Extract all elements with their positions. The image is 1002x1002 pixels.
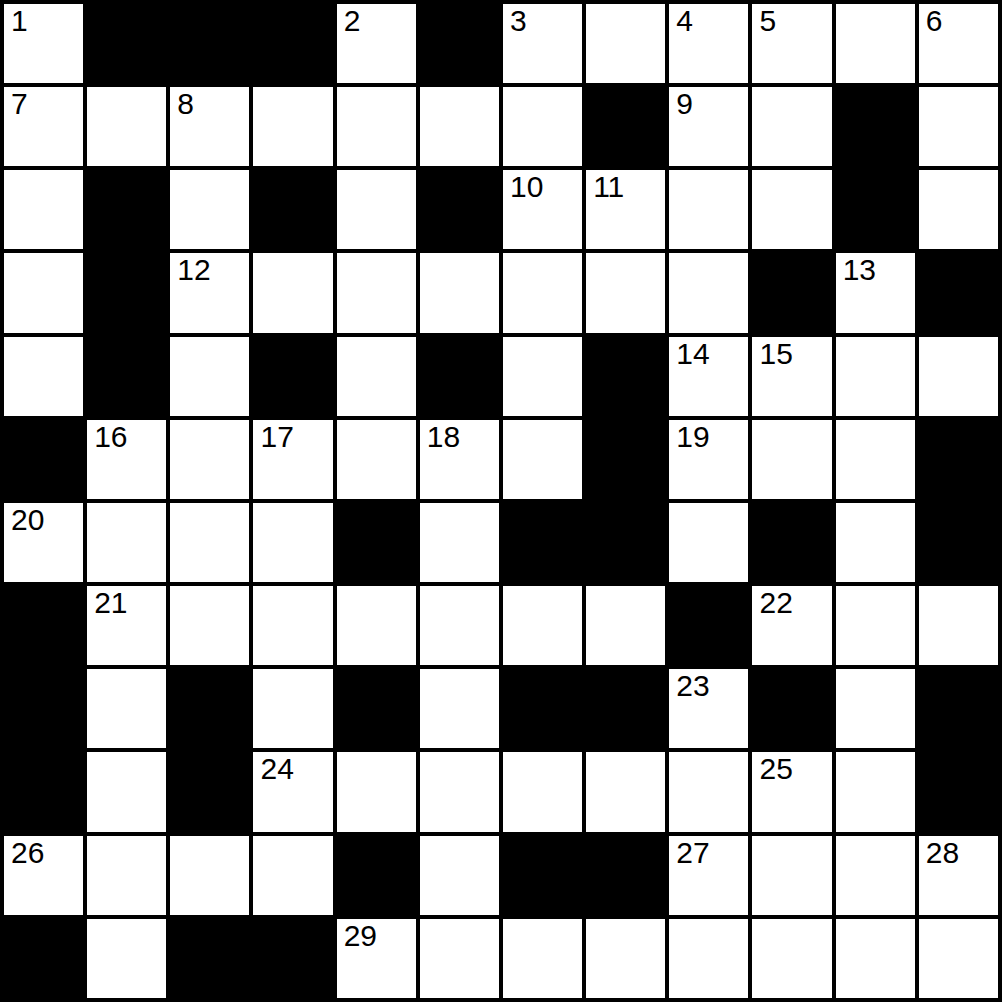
white-cell-r5c11[interactable] [836,337,915,416]
clue-number-16: 16 [94,420,127,455]
white-cell-r3c7[interactable]: 10 [503,170,582,249]
white-cell-r4c9[interactable] [669,253,748,332]
white-cell-r10c4[interactable]: 24 [253,752,332,831]
white-cell-r1c5[interactable]: 2 [337,4,416,83]
white-cell-r2c5[interactable] [337,87,416,166]
black-cell-r4c12 [919,253,998,332]
black-cell-r6c1 [4,420,83,499]
white-cell-r10c8[interactable] [586,752,665,831]
white-cell-r4c7[interactable] [503,253,582,332]
black-cell-r7c5 [337,503,416,582]
white-cell-r9c2[interactable] [87,669,166,748]
white-cell-r2c3[interactable]: 8 [170,87,249,166]
black-cell-r4c2 [87,253,166,332]
white-cell-r4c1[interactable] [4,253,83,332]
white-cell-r5c9[interactable]: 14 [669,337,748,416]
black-cell-r8c1 [4,586,83,665]
black-cell-r7c8 [586,503,665,582]
black-cell-r10c1 [4,752,83,831]
black-cell-r6c12 [919,420,998,499]
white-cell-r12c2[interactable] [87,919,166,998]
white-cell-r8c3[interactable] [170,586,249,665]
white-cell-r9c11[interactable] [836,669,915,748]
clue-number-5: 5 [759,4,776,39]
clue-number-19: 19 [676,420,709,455]
white-cell-r7c1[interactable]: 20 [4,503,83,582]
white-cell-r8c4[interactable] [253,586,332,665]
clue-number-18: 18 [427,420,460,455]
white-cell-r2c4[interactable] [253,87,332,166]
clue-number-2: 2 [344,4,361,39]
white-cell-r1c7[interactable]: 3 [503,4,582,83]
black-cell-r7c7 [503,503,582,582]
white-cell-r11c1[interactable]: 26 [4,836,83,915]
clue-number-10: 10 [510,170,543,205]
black-cell-r9c10 [752,669,831,748]
white-cell-r2c12[interactable] [919,87,998,166]
white-cell-r8c12[interactable] [919,586,998,665]
white-cell-r4c6[interactable] [420,253,499,332]
white-cell-r9c6[interactable] [420,669,499,748]
white-cell-r8c5[interactable] [337,586,416,665]
black-cell-r6c8 [586,420,665,499]
white-cell-r3c5[interactable] [337,170,416,249]
white-cell-r2c9[interactable]: 9 [669,87,748,166]
white-cell-r11c11[interactable] [836,836,915,915]
black-cell-r11c7 [503,836,582,915]
black-cell-r5c4 [253,337,332,416]
black-cell-r3c11 [836,170,915,249]
white-cell-r9c9[interactable]: 23 [669,669,748,748]
white-cell-r11c4[interactable] [253,836,332,915]
white-cell-r7c4[interactable] [253,503,332,582]
white-cell-r7c3[interactable] [170,503,249,582]
clue-number-29: 29 [344,919,377,954]
black-cell-r3c2 [87,170,166,249]
white-cell-r12c8[interactable] [586,919,665,998]
white-cell-r7c6[interactable] [420,503,499,582]
clue-number-24: 24 [260,752,293,787]
black-cell-r9c8 [586,669,665,748]
black-cell-r4c10 [752,253,831,332]
white-cell-r10c9[interactable] [669,752,748,831]
white-cell-r6c5[interactable] [337,420,416,499]
white-cell-r5c3[interactable] [170,337,249,416]
white-cell-r12c12[interactable] [919,919,998,998]
clue-number-14: 14 [676,337,709,372]
black-cell-r9c12 [919,669,998,748]
black-cell-r10c12 [919,752,998,831]
black-cell-r1c3 [170,4,249,83]
clue-number-28: 28 [926,836,959,871]
white-cell-r6c7[interactable] [503,420,582,499]
clue-number-1: 1 [11,4,28,39]
white-cell-r10c11[interactable] [836,752,915,831]
white-cell-r6c4[interactable]: 17 [253,420,332,499]
white-cell-r12c7[interactable] [503,919,582,998]
white-cell-r5c1[interactable] [4,337,83,416]
black-cell-r9c3 [170,669,249,748]
white-cell-r2c10[interactable] [752,87,831,166]
white-cell-r5c12[interactable] [919,337,998,416]
white-cell-r12c11[interactable] [836,919,915,998]
clue-number-27: 27 [676,836,709,871]
black-cell-r7c12 [919,503,998,582]
white-cell-r11c3[interactable] [170,836,249,915]
white-cell-r11c2[interactable] [87,836,166,915]
white-cell-r1c8[interactable] [586,4,665,83]
white-cell-r12c9[interactable] [669,919,748,998]
clue-number-12: 12 [177,253,210,288]
white-cell-r12c5[interactable]: 29 [337,919,416,998]
clue-number-25: 25 [759,752,792,787]
clue-number-11: 11 [593,170,624,205]
clue-number-26: 26 [11,836,44,871]
black-cell-r1c6 [420,4,499,83]
white-cell-r1c12[interactable]: 6 [919,4,998,83]
white-cell-r2c6[interactable] [420,87,499,166]
white-cell-r11c10[interactable] [752,836,831,915]
clue-number-17: 17 [260,420,293,455]
white-cell-r3c12[interactable] [919,170,998,249]
white-cell-r6c6[interactable]: 18 [420,420,499,499]
white-cell-r4c3[interactable]: 12 [170,253,249,332]
white-cell-r12c10[interactable] [752,919,831,998]
black-cell-r9c5 [337,669,416,748]
white-cell-r8c10[interactable]: 22 [752,586,831,665]
crossword-grid: 1234567891011121314151617181920212223242… [0,0,1002,1002]
white-cell-r1c11[interactable] [836,4,915,83]
white-cell-r11c6[interactable] [420,836,499,915]
white-cell-r2c1[interactable]: 7 [4,87,83,166]
white-cell-r3c8[interactable]: 11 [586,170,665,249]
black-cell-r1c4 [253,4,332,83]
black-cell-r12c1 [4,919,83,998]
white-cell-r10c2[interactable] [87,752,166,831]
black-cell-r7c10 [752,503,831,582]
white-cell-r8c2[interactable]: 21 [87,586,166,665]
white-cell-r2c7[interactable] [503,87,582,166]
white-cell-r3c3[interactable] [170,170,249,249]
white-cell-r10c6[interactable] [420,752,499,831]
white-cell-r2c2[interactable] [87,87,166,166]
black-cell-r10c3 [170,752,249,831]
black-cell-r3c6 [420,170,499,249]
white-cell-r5c7[interactable] [503,337,582,416]
white-cell-r1c10[interactable]: 5 [752,4,831,83]
black-cell-r9c7 [503,669,582,748]
white-cell-r11c9[interactable]: 27 [669,836,748,915]
black-cell-r1c2 [87,4,166,83]
white-cell-r1c9[interactable]: 4 [669,4,748,83]
white-cell-r6c2[interactable]: 16 [87,420,166,499]
clue-number-15: 15 [759,337,792,372]
black-cell-r5c8 [586,337,665,416]
white-cell-r7c11[interactable] [836,503,915,582]
white-cell-r9c4[interactable] [253,669,332,748]
white-cell-r11c12[interactable]: 28 [919,836,998,915]
white-cell-r1c1[interactable]: 1 [4,4,83,83]
white-cell-r3c1[interactable] [4,170,83,249]
white-cell-r8c8[interactable] [586,586,665,665]
white-cell-r5c5[interactable] [337,337,416,416]
black-cell-r12c3 [170,919,249,998]
black-cell-r2c8 [586,87,665,166]
white-cell-r4c5[interactable] [337,253,416,332]
white-cell-r7c2[interactable] [87,503,166,582]
clue-number-3: 3 [510,4,527,39]
black-cell-r9c1 [4,669,83,748]
black-cell-r3c4 [253,170,332,249]
white-cell-r8c6[interactable] [420,586,499,665]
white-cell-r6c10[interactable] [752,420,831,499]
black-cell-r12c4 [253,919,332,998]
white-cell-r8c7[interactable] [503,586,582,665]
clue-number-8: 8 [177,87,194,122]
white-cell-r6c9[interactable]: 19 [669,420,748,499]
white-cell-r6c11[interactable] [836,420,915,499]
clue-number-21: 21 [94,586,127,621]
white-cell-r7c9[interactable] [669,503,748,582]
black-cell-r11c5 [337,836,416,915]
white-cell-r3c10[interactable] [752,170,831,249]
clue-number-9: 9 [676,87,693,122]
clue-number-13: 13 [843,253,876,288]
black-cell-r11c8 [586,836,665,915]
clue-number-22: 22 [759,586,792,621]
clue-number-23: 23 [676,669,709,704]
white-cell-r3c9[interactable] [669,170,748,249]
clue-number-7: 7 [11,87,28,122]
black-cell-r5c6 [420,337,499,416]
white-cell-r5c10[interactable]: 15 [752,337,831,416]
white-cell-r12c6[interactable] [420,919,499,998]
white-cell-r4c4[interactable] [253,253,332,332]
white-cell-r10c5[interactable] [337,752,416,831]
black-cell-r8c9 [669,586,748,665]
white-cell-r8c11[interactable] [836,586,915,665]
black-cell-r2c11 [836,87,915,166]
black-cell-r5c2 [87,337,166,416]
clue-number-4: 4 [676,4,693,39]
clue-number-6: 6 [926,4,943,39]
white-cell-r4c8[interactable] [586,253,665,332]
white-cell-r4c11[interactable]: 13 [836,253,915,332]
white-cell-r6c3[interactable] [170,420,249,499]
white-cell-r10c10[interactable]: 25 [752,752,831,831]
clue-number-20: 20 [11,503,44,538]
white-cell-r10c7[interactable] [503,752,582,831]
